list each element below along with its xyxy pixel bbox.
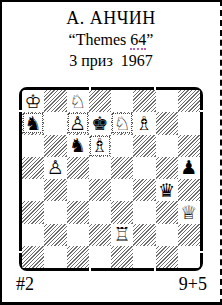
square-a1 — [22, 246, 44, 268]
black-king-d7: ♚ — [90, 113, 110, 133]
square-c3 — [67, 201, 89, 223]
header: А. АНЧИН “Themes 64” 3 приз 1967 — [2, 8, 220, 72]
square-a6 — [22, 135, 44, 157]
square-a4 — [22, 179, 44, 201]
problem-source: “Themes 64” — [2, 29, 220, 50]
white-knight-icon: ♘ — [69, 91, 86, 110]
square-g2 — [156, 224, 178, 246]
square-b6 — [44, 135, 66, 157]
black-pawn-h5: ♟ — [179, 158, 199, 178]
black-knight-icon: ♞ — [25, 113, 42, 132]
board-border: ♔♘♞♙♚♘♗♞♗♙♟♛♕♖ — [19, 87, 203, 271]
black-pawn-icon: ♟ — [180, 158, 197, 177]
square-g3 — [156, 201, 178, 223]
square-a8: ♔ — [22, 90, 44, 112]
source-suffix: ” — [146, 31, 153, 48]
white-rook-e2: ♖ — [112, 225, 132, 245]
square-h5: ♟ — [178, 157, 200, 179]
white-knight-icon: ♘ — [114, 113, 131, 132]
black-knight-a7: ♞ — [23, 113, 43, 133]
square-f1 — [133, 246, 155, 268]
square-c8: ♘ — [67, 90, 89, 112]
square-f2 — [133, 224, 155, 246]
square-h8 — [178, 90, 200, 112]
square-g6 — [156, 135, 178, 157]
square-b2 — [44, 224, 66, 246]
border-notch — [154, 86, 156, 90]
page-frame: А. АНЧИН “Themes 64” 3 приз 1967 ♔♘♞♙♚♘♗… — [0, 0, 222, 305]
square-h3: ♕ — [178, 201, 200, 223]
white-king-a8: ♔ — [23, 91, 43, 111]
square-h7 — [178, 112, 200, 134]
square-c7: ♙ — [67, 112, 89, 134]
white-rook-icon: ♖ — [114, 225, 131, 244]
square-e6 — [111, 135, 133, 157]
square-f7: ♗ — [133, 112, 155, 134]
square-d1 — [89, 246, 111, 268]
source-prefix: “Themes — [69, 31, 131, 48]
square-e8 — [111, 90, 133, 112]
square-c2 — [67, 224, 89, 246]
square-g1 — [156, 246, 178, 268]
white-bishop-f7: ♗ — [134, 113, 154, 133]
square-d8 — [89, 90, 111, 112]
square-e7: ♘ — [111, 112, 133, 134]
square-g8 — [156, 90, 178, 112]
border-notch — [18, 110, 22, 112]
white-queen-h3: ♕ — [179, 202, 199, 222]
square-b1 — [44, 246, 66, 268]
square-g7 — [156, 112, 178, 134]
square-d2 — [89, 224, 111, 246]
border-notch — [89, 86, 91, 90]
white-pawn-icon: ♙ — [47, 158, 64, 177]
black-queen-g4: ♛ — [157, 180, 177, 200]
square-e1 — [111, 246, 133, 268]
square-a5 — [22, 157, 44, 179]
black-knight-icon: ♞ — [69, 136, 86, 155]
square-b7 — [44, 112, 66, 134]
square-a7: ♞ — [22, 112, 44, 134]
chessboard: ♔♘♞♙♚♘♗♞♗♙♟♛♕♖ — [21, 89, 201, 269]
square-h6 — [178, 135, 200, 157]
white-knight-c8: ♘ — [68, 91, 88, 111]
stipulation-label: #2 — [16, 274, 34, 295]
border-notch — [89, 268, 91, 272]
white-pawn-c7: ♙ — [68, 113, 88, 133]
square-c6: ♞ — [67, 135, 89, 157]
square-f5 — [133, 157, 155, 179]
square-d7: ♚ — [89, 112, 111, 134]
square-h4 — [178, 179, 200, 201]
border-notch — [200, 251, 204, 253]
square-e2: ♖ — [111, 224, 133, 246]
square-a3 — [22, 201, 44, 223]
white-bishop-icon: ♗ — [136, 113, 153, 132]
square-a2 — [22, 224, 44, 246]
square-d4 — [89, 179, 111, 201]
square-b4 — [44, 179, 66, 201]
square-e4 — [111, 179, 133, 201]
white-pawn-b5: ♙ — [45, 158, 65, 178]
board-grid: ♔♘♞♙♚♘♗♞♗♙♟♛♕♖ — [22, 90, 200, 268]
material-count-label: 9+5 — [179, 274, 207, 295]
square-g5 — [156, 157, 178, 179]
square-e3 — [111, 201, 133, 223]
square-f8 — [133, 90, 155, 112]
square-f6 — [133, 135, 155, 157]
square-h1 — [178, 246, 200, 268]
square-c4 — [67, 179, 89, 201]
white-bishop-icon: ♗ — [91, 136, 108, 155]
black-knight-c6: ♞ — [68, 136, 88, 156]
square-h2 — [178, 224, 200, 246]
square-d3 — [89, 201, 111, 223]
white-knight-e7: ♘ — [112, 113, 132, 133]
black-king-icon: ♚ — [91, 113, 108, 132]
border-notch — [18, 251, 22, 253]
square-b8 — [44, 90, 66, 112]
black-queen-icon: ♛ — [158, 180, 175, 199]
square-d6: ♗ — [89, 135, 111, 157]
border-notch — [154, 268, 156, 272]
square-c1 — [67, 246, 89, 268]
white-bishop-d6: ♗ — [90, 136, 110, 156]
square-b5: ♙ — [44, 157, 66, 179]
square-e5 — [111, 157, 133, 179]
square-d5 — [89, 157, 111, 179]
square-f4 — [133, 179, 155, 201]
problem-author: А. АНЧИН — [2, 8, 220, 29]
square-b3 — [44, 201, 66, 223]
white-king-icon: ♔ — [25, 91, 42, 110]
problem-award: 3 приз 1967 — [2, 50, 220, 72]
square-f3 — [133, 201, 155, 223]
spellcheck-underline: 64 — [130, 31, 146, 50]
square-g4: ♛ — [156, 179, 178, 201]
white-queen-icon: ♕ — [180, 202, 197, 221]
square-c5 — [67, 157, 89, 179]
border-notch — [200, 110, 204, 112]
white-pawn-icon: ♙ — [69, 113, 86, 132]
